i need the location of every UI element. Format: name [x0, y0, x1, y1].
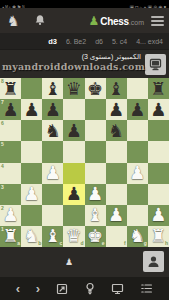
square-c5[interactable] [42, 141, 63, 162]
square-e7[interactable] [85, 99, 106, 120]
person-icon [146, 254, 161, 269]
back-button[interactable]: ‹ [16, 282, 20, 295]
square-e4[interactable] [85, 163, 106, 184]
chesscom-logo[interactable]: ♟ Chess .com [89, 15, 144, 27]
white-pawn: ♟ [24, 185, 40, 203]
forward-button[interactable]: › [36, 282, 40, 295]
black-queen: ♛ [66, 80, 82, 98]
move-item[interactable]: d6 [95, 38, 103, 45]
square-h7[interactable]: ♟ [148, 99, 169, 120]
square-b8[interactable] [21, 78, 42, 99]
square-g6[interactable] [127, 120, 148, 141]
square-g1[interactable]: g♞ [127, 226, 148, 247]
square-h5[interactable] [148, 141, 169, 162]
move-item[interactable]: 4... exd4 [136, 38, 163, 45]
file-label: h [165, 241, 168, 246]
rank-label: 7 [1, 100, 4, 105]
square-h8[interactable]: ♜ [148, 78, 169, 99]
square-a4[interactable]: 4 [0, 163, 21, 184]
play-knight-icon[interactable]: ♞ [7, 14, 20, 28]
menu-hamburger-icon[interactable] [151, 16, 164, 26]
square-c8[interactable]: ♝ [42, 78, 63, 99]
logo-text: Chess [100, 16, 129, 27]
white-pawn: ♟ [108, 206, 124, 224]
square-a2[interactable]: 2♟ [0, 205, 21, 226]
white-rook: ♜ [150, 227, 166, 245]
vs-computer-button[interactable] [111, 283, 124, 295]
file-label: a [17, 241, 20, 246]
square-f2[interactable]: ♟ [106, 205, 127, 226]
chess-app: ▪ᴹ▫✱⚑ᴺ ▣◘◒◓▣⊛◉▮ ♞ ♟ Chess .com d36. Be2d… [0, 0, 169, 300]
rank-label: 3 [1, 185, 4, 190]
square-h3[interactable] [148, 184, 169, 205]
square-c6[interactable]: ♞ [42, 120, 63, 141]
square-b2[interactable] [21, 205, 42, 226]
square-c3[interactable] [42, 184, 63, 205]
square-a5[interactable]: 5 [0, 141, 21, 162]
black-pawn: ♟ [45, 101, 61, 119]
moves-list-button[interactable] [140, 283, 153, 294]
logo-pawn-icon: ♟ [89, 15, 100, 27]
file-label: d [80, 241, 83, 246]
computer-icon [148, 57, 163, 72]
square-f4[interactable] [106, 163, 127, 184]
square-d1[interactable]: d♛ [63, 226, 84, 247]
black-pawn: ♟ [150, 101, 166, 119]
square-a7[interactable]: 7♟ [0, 99, 21, 120]
white-rook: ♜ [2, 227, 18, 245]
rank-label: 4 [1, 164, 4, 169]
move-item[interactable]: 6. Be2 [66, 38, 86, 45]
opponent-name: الكمبيوتر (مستوى 3) [82, 53, 141, 61]
captured-pawn-icon: ♟ [65, 258, 73, 267]
hint-lightbulb-button[interactable] [84, 282, 96, 295]
square-c2[interactable] [42, 205, 63, 226]
file-label: f [124, 241, 126, 246]
black-pawn: ♟ [24, 101, 40, 119]
black-bishop: ♝ [45, 80, 61, 98]
white-pawn: ♟ [87, 185, 103, 203]
square-a6[interactable]: 6 [0, 120, 21, 141]
square-d5[interactable] [63, 141, 84, 162]
status-bar: ▪ᴹ▫✱⚑ᴺ ▣◘◒◓▣⊛◉▮ [0, 0, 169, 8]
square-c7[interactable]: ♟ [42, 99, 63, 120]
white-pawn: ♟ [150, 206, 166, 224]
analysis-expand-button[interactable] [56, 283, 68, 295]
file-label: c [60, 241, 63, 246]
logo-suffix: .com [129, 19, 144, 26]
square-h4[interactable] [148, 163, 169, 184]
square-f6[interactable]: ♞ [106, 120, 127, 141]
black-king: ♚ [87, 80, 103, 98]
square-e6[interactable] [85, 120, 106, 141]
black-pawn: ♟ [66, 122, 82, 140]
square-h6[interactable] [148, 120, 169, 141]
square-a8[interactable]: 8♜ [0, 78, 21, 99]
square-g3[interactable] [127, 184, 148, 205]
white-knight: ♞ [24, 227, 40, 245]
square-e5[interactable] [85, 141, 106, 162]
file-label: g [144, 241, 147, 246]
opponent-avatar [145, 54, 166, 75]
square-c4[interactable]: ♟ [42, 163, 63, 184]
square-g7[interactable]: ♟ [127, 99, 148, 120]
rank-label: 6 [1, 121, 4, 126]
black-pawn: ♟ [129, 101, 145, 119]
square-f7[interactable]: ♟ [106, 99, 127, 120]
white-pawn: ♟ [45, 164, 61, 182]
opponent-row: الكمبيوتر (مستوى 3) [0, 50, 169, 78]
square-e2[interactable]: ♝ [85, 205, 106, 226]
black-bishop: ♝ [108, 80, 124, 98]
square-f8[interactable]: ♝ [106, 78, 127, 99]
square-e8[interactable]: ♚ [85, 78, 106, 99]
black-knight: ♞ [108, 122, 124, 140]
black-pawn: ♟ [66, 185, 82, 203]
square-b4[interactable] [21, 163, 42, 184]
square-h1[interactable]: h♜ [148, 226, 169, 247]
white-pawn: ♟ [129, 164, 145, 182]
white-king: ♚ [87, 227, 103, 245]
square-d2[interactable] [63, 205, 84, 226]
bottom-nav-bar: ‹ › [0, 277, 169, 300]
square-h2[interactable]: ♟ [148, 205, 169, 226]
square-g4[interactable]: ♟ [127, 163, 148, 184]
black-pawn: ♟ [108, 101, 124, 119]
square-b7[interactable]: ♟ [21, 99, 42, 120]
player-row: ♟ [0, 247, 169, 277]
white-bishop: ♝ [45, 227, 61, 245]
rank-label: 2 [1, 206, 4, 211]
square-d7[interactable] [63, 99, 84, 120]
move-list-bar[interactable]: d36. Be2d65. c44... exd4 [0, 33, 169, 50]
square-d8[interactable]: ♛ [63, 78, 84, 99]
file-label: b [38, 241, 41, 246]
square-g2[interactable] [127, 205, 148, 226]
square-f3[interactable] [106, 184, 127, 205]
black-rook: ♜ [2, 80, 18, 98]
app-toolbar: ♞ ♟ Chess .com [0, 8, 169, 33]
square-a1[interactable]: 1a♜ [0, 226, 21, 247]
square-b3[interactable]: ♟ [21, 184, 42, 205]
move-item[interactable]: 5. c4 [112, 38, 127, 45]
square-d6[interactable]: ♟ [63, 120, 84, 141]
square-d3[interactable]: ♟ [63, 184, 84, 205]
square-f1[interactable]: f [106, 226, 127, 247]
square-c1[interactable]: c♝ [42, 226, 63, 247]
rank-label: 8 [1, 79, 4, 84]
square-g8[interactable] [127, 78, 148, 99]
square-a3[interactable]: 3 [0, 184, 21, 205]
square-d4[interactable] [63, 163, 84, 184]
square-g5[interactable] [127, 141, 148, 162]
black-rook: ♜ [150, 80, 166, 98]
notifications-bell-icon[interactable] [34, 14, 46, 27]
white-queen: ♛ [66, 227, 82, 245]
player-avatar [143, 251, 164, 272]
square-b6[interactable] [21, 120, 42, 141]
square-f5[interactable] [106, 141, 127, 162]
white-bishop: ♝ [87, 206, 103, 224]
white-knight: ♞ [129, 227, 145, 245]
square-e3[interactable]: ♟ [85, 184, 106, 205]
square-b1[interactable]: b♞ [21, 226, 42, 247]
rank-label: 1 [1, 227, 4, 232]
black-pawn: ♟ [2, 101, 18, 119]
square-e1[interactable]: e♚ [85, 226, 106, 247]
white-pawn: ♟ [2, 206, 18, 224]
black-knight: ♞ [45, 122, 61, 140]
file-label: e [102, 241, 105, 246]
move-item[interactable]: d3 [48, 37, 57, 46]
square-b5[interactable] [21, 141, 42, 162]
chess-board: 8♜♝♛♚♝♜7♟♟♟♟♟♟6♞♟♞54♟♟3♟♟♟2♟♝♟♟1a♜b♞c♝d♛… [0, 78, 169, 247]
rank-label: 5 [1, 142, 4, 147]
